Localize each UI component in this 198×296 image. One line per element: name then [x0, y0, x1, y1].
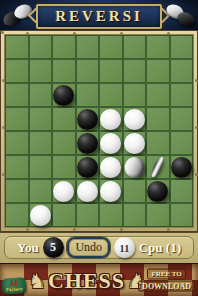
cell-e5[interactable]	[100, 132, 122, 154]
ai-factory-logo: AI Factory	[1, 277, 26, 295]
cell-h7[interactable]	[171, 180, 193, 202]
cell-d2[interactable]	[77, 60, 99, 82]
logo-text-factory: Factory	[6, 286, 23, 292]
cell-a1[interactable]	[6, 36, 28, 58]
white-score-disc: 11	[114, 237, 135, 258]
cell-h4[interactable]	[171, 108, 193, 130]
black-disc	[77, 133, 98, 154]
white-disc	[53, 181, 74, 202]
cell-d4[interactable]	[77, 108, 99, 130]
cell-g2[interactable]	[147, 60, 169, 82]
cell-a6[interactable]	[6, 156, 28, 178]
white-disc	[100, 133, 121, 154]
cell-c5[interactable]	[53, 132, 75, 154]
you-score: 5	[50, 240, 56, 255]
cell-d5[interactable]	[77, 132, 99, 154]
flipping-disc-edge	[150, 156, 166, 179]
cell-b1[interactable]	[30, 36, 52, 58]
cell-b4[interactable]	[30, 108, 52, 130]
cell-f6[interactable]	[124, 156, 146, 178]
cell-c1[interactable]	[53, 36, 75, 58]
score-panel: You 5 Undo 11 Cpu (1)	[4, 236, 194, 259]
cell-b5[interactable]	[30, 132, 52, 154]
undo-button[interactable]: Undo	[67, 237, 110, 258]
cell-h3[interactable]	[171, 84, 193, 106]
knight-icon-left: ♞	[28, 271, 46, 291]
cell-g5[interactable]	[147, 132, 169, 154]
cell-e7[interactable]	[100, 180, 122, 202]
frame-nail-dots	[1, 31, 4, 34]
cell-f3[interactable]	[124, 84, 146, 106]
cell-c7[interactable]	[53, 180, 75, 202]
black-disc	[77, 157, 98, 178]
cell-g6[interactable]	[147, 156, 169, 178]
cell-e6[interactable]	[100, 156, 122, 178]
cell-g3[interactable]	[147, 84, 169, 106]
cell-e2[interactable]	[100, 60, 122, 82]
cell-e3[interactable]	[100, 84, 122, 106]
cell-d8[interactable]	[77, 204, 99, 226]
cell-e1[interactable]	[100, 36, 122, 58]
white-disc	[100, 109, 121, 130]
cell-g4[interactable]	[147, 108, 169, 130]
black-disc	[171, 157, 192, 178]
board-frame	[0, 30, 198, 232]
white-disc	[30, 205, 51, 226]
score-bar: You 5 Undo 11 Cpu (1)	[0, 232, 198, 263]
cell-h1[interactable]	[171, 36, 193, 58]
cell-a4[interactable]	[6, 108, 28, 130]
badge-line2: DOWNLOAD	[138, 281, 195, 292]
cell-a8[interactable]	[6, 204, 28, 226]
cell-b8[interactable]	[30, 204, 52, 226]
black-disc	[77, 109, 98, 130]
cell-d6[interactable]	[77, 156, 99, 178]
cpu-label: Cpu (1)	[139, 240, 181, 256]
banner-center: ♞ CHESS ♞	[28, 264, 145, 296]
cell-h5[interactable]	[171, 132, 193, 154]
cell-a2[interactable]	[6, 60, 28, 82]
cell-f8[interactable]	[124, 204, 146, 226]
app-title: REVERSI	[55, 8, 143, 25]
banner-title: CHESS	[48, 268, 125, 294]
cell-d1[interactable]	[77, 36, 99, 58]
title-bar: REVERSI	[0, 0, 198, 30]
cell-c2[interactable]	[53, 60, 75, 82]
white-disc	[100, 157, 121, 178]
cell-a7[interactable]	[6, 180, 28, 202]
cell-f7[interactable]	[124, 180, 146, 202]
chess-ad-banner[interactable]: ♞ CHESS ♞ FREE TO DOWNLOAD AI Factory	[0, 263, 198, 296]
black-disc	[147, 181, 168, 202]
cell-f2[interactable]	[124, 60, 146, 82]
cell-b3[interactable]	[30, 84, 52, 106]
cell-h2[interactable]	[171, 60, 193, 82]
cpu-score: 11	[119, 242, 129, 254]
cell-a5[interactable]	[6, 132, 28, 154]
white-disc	[124, 109, 145, 130]
free-to-download-badge[interactable]: FREE TO DOWNLOAD	[138, 269, 195, 292]
cell-d7[interactable]	[77, 180, 99, 202]
cell-g7[interactable]	[147, 180, 169, 202]
cell-c3[interactable]	[53, 84, 75, 106]
cell-c6[interactable]	[53, 156, 75, 178]
cell-g1[interactable]	[147, 36, 169, 58]
title-panel: REVERSI	[36, 4, 162, 29]
white-disc	[77, 181, 98, 202]
cell-f4[interactable]	[124, 108, 146, 130]
black-score-disc: 5	[43, 237, 64, 258]
cell-c4[interactable]	[53, 108, 75, 130]
cell-e8[interactable]	[100, 204, 122, 226]
reversi-app: REVERSI You 5 Undo 11 Cpu (1) ♞ CHESS ♞ …	[0, 0, 198, 296]
cell-c8[interactable]	[53, 204, 75, 226]
cell-b7[interactable]	[30, 180, 52, 202]
cell-d3[interactable]	[77, 84, 99, 106]
cell-a3[interactable]	[6, 84, 28, 106]
cell-h8[interactable]	[171, 204, 193, 226]
flipping-disc-face	[123, 155, 146, 180]
white-disc	[124, 133, 145, 154]
board-grid	[5, 35, 193, 227]
cell-f5[interactable]	[124, 132, 146, 154]
cell-e4[interactable]	[100, 108, 122, 130]
cell-b6[interactable]	[30, 156, 52, 178]
cell-f1[interactable]	[124, 36, 146, 58]
black-disc	[53, 85, 74, 106]
badge-line1: FREE TO	[147, 269, 185, 280]
cell-g8[interactable]	[147, 204, 169, 226]
cell-b2[interactable]	[30, 60, 52, 82]
you-label: You	[17, 240, 39, 256]
cell-h6[interactable]	[171, 156, 193, 178]
white-disc	[100, 181, 121, 202]
